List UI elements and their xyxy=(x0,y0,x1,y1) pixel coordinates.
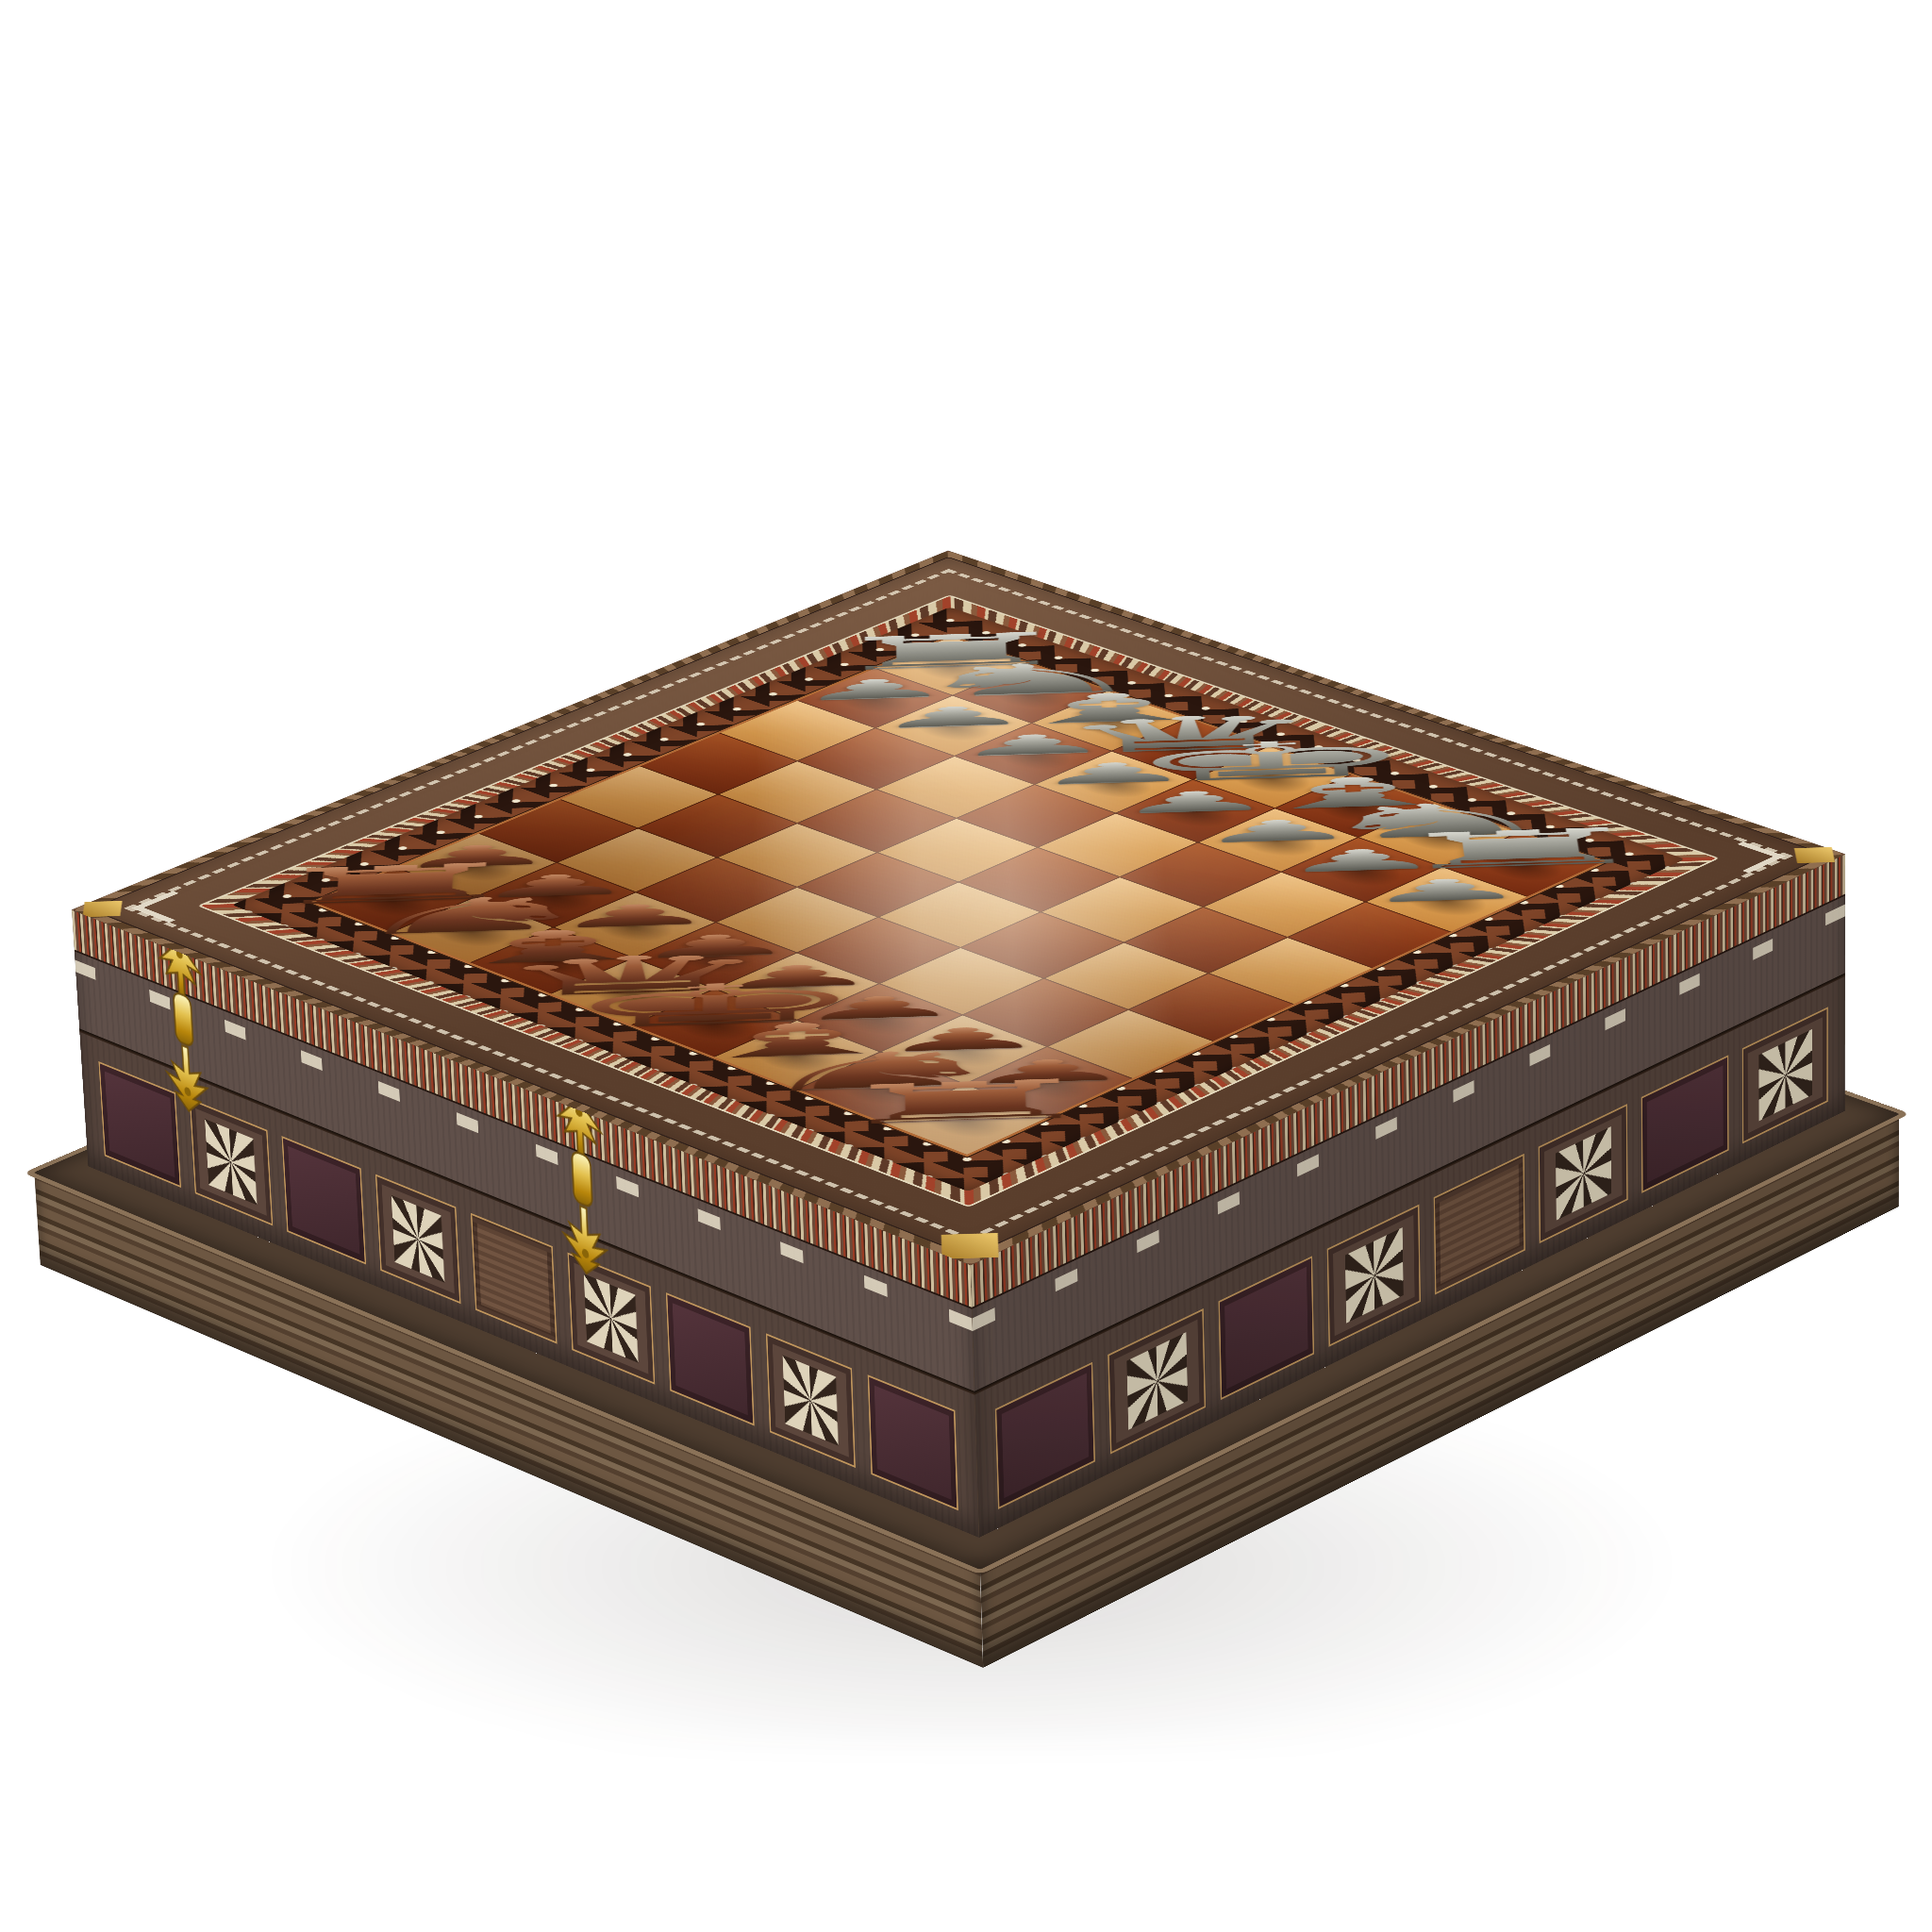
camera-tilt: ♜♞♝♛♚♝♞♜♟♟♟♟♟♟♟♟♟♟♟♟♟♟♟♟♜♞♝♛♚♝♞♜ xyxy=(0,0,1932,1932)
inlay-panel-maroon xyxy=(995,1362,1095,1509)
inlay-panel-maroon xyxy=(868,1374,958,1510)
inlay-panel-maroon xyxy=(666,1292,755,1425)
scene: ♜♞♝♛♚♝♞♜♟♟♟♟♟♟♟♟♟♟♟♟♟♟♟♟♜♞♝♛♚♝♞♜ xyxy=(0,0,1932,1932)
inlay-panel-maroon xyxy=(281,1136,366,1264)
square-f3 xyxy=(880,948,1042,1014)
inlay-panel-wood xyxy=(1434,1154,1525,1295)
inlay-panel-star xyxy=(1539,1104,1628,1243)
square-g3 xyxy=(964,979,1127,1046)
inlay-panel-star xyxy=(1742,1007,1828,1143)
inlay-panel-maroon xyxy=(1219,1256,1315,1400)
inlay-panel-star xyxy=(375,1174,461,1305)
product-photo: ♜♞♝♛♚♝♞♜♟♟♟♟♟♟♟♟♟♟♟♟♟♟♟♟♜♞♝♛♚♝♞♜ xyxy=(0,0,1932,1932)
inlay-panel-maroon xyxy=(1641,1055,1729,1193)
inlay-panel-star xyxy=(1108,1308,1206,1454)
inlay-panel-star xyxy=(1327,1205,1421,1347)
inlay-panel-star xyxy=(766,1333,856,1468)
